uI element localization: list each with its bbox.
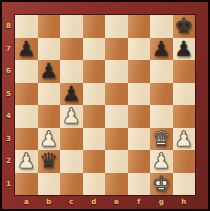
square-a6[interactable] — [15, 60, 38, 83]
square-g7[interactable]: ♟ — [150, 38, 173, 61]
square-e8[interactable] — [105, 15, 128, 38]
square-f4[interactable] — [128, 105, 151, 128]
square-c7[interactable] — [60, 38, 83, 61]
file-label-b: b — [38, 195, 61, 208]
square-a3[interactable] — [15, 128, 38, 151]
piece-white-queen-g3[interactable]: ♛ — [152, 128, 171, 151]
rank-label-6: 6 — [2, 60, 15, 83]
square-d5[interactable] — [83, 83, 106, 106]
piece-white-pawn-c4[interactable]: ♟ — [62, 105, 81, 128]
chess-board-window: 87654321 abcdefgh ♚♟♟♟♟♟♟♟♛♟♟♛♟♚ — [0, 0, 210, 211]
square-b3[interactable]: ♟ — [38, 128, 61, 151]
square-c2[interactable] — [60, 150, 83, 173]
piece-black-king-h8[interactable]: ♚ — [174, 15, 193, 38]
square-e5[interactable] — [105, 83, 128, 106]
piece-black-pawn-a7[interactable]: ♟ — [17, 38, 36, 61]
square-g3[interactable]: ♛ — [150, 128, 173, 151]
file-label-c: c — [60, 195, 83, 208]
piece-black-pawn-h7[interactable]: ♟ — [174, 38, 193, 61]
file-label-f: f — [128, 195, 151, 208]
square-e2[interactable] — [105, 150, 128, 173]
rank-label-2: 2 — [2, 150, 15, 173]
square-f3[interactable] — [128, 128, 151, 151]
file-label-d: d — [83, 195, 106, 208]
rank-label-4: 4 — [2, 105, 15, 128]
piece-white-pawn-g2[interactable]: ♟ — [152, 150, 171, 173]
file-label-a: a — [15, 195, 38, 208]
square-b8[interactable] — [38, 15, 61, 38]
square-c6[interactable] — [60, 60, 83, 83]
square-c4[interactable]: ♟ — [60, 105, 83, 128]
piece-black-pawn-g7[interactable]: ♟ — [152, 38, 171, 61]
square-c8[interactable] — [60, 15, 83, 38]
square-e1[interactable] — [105, 173, 128, 196]
file-label-e: e — [105, 195, 128, 208]
square-b2[interactable]: ♛ — [38, 150, 61, 173]
square-d8[interactable] — [83, 15, 106, 38]
square-f7[interactable] — [128, 38, 151, 61]
square-b1[interactable] — [38, 173, 61, 196]
piece-black-pawn-c5[interactable]: ♟ — [62, 83, 81, 106]
square-g4[interactable] — [150, 105, 173, 128]
square-a8[interactable] — [15, 15, 38, 38]
file-label-h: h — [173, 195, 196, 208]
square-c5[interactable]: ♟ — [60, 83, 83, 106]
square-h5[interactable] — [173, 83, 196, 106]
square-b7[interactable] — [38, 38, 61, 61]
square-g1[interactable]: ♚ — [150, 173, 173, 196]
rank-label-8: 8 — [2, 15, 15, 38]
square-f1[interactable] — [128, 173, 151, 196]
file-labels: abcdefgh — [15, 195, 195, 208]
square-d1[interactable] — [83, 173, 106, 196]
chess-board: ♚♟♟♟♟♟♟♟♛♟♟♛♟♚ — [15, 15, 195, 195]
square-e6[interactable] — [105, 60, 128, 83]
rank-label-1: 1 — [2, 173, 15, 196]
square-d3[interactable] — [83, 128, 106, 151]
square-h8[interactable]: ♚ — [173, 15, 196, 38]
square-e3[interactable] — [105, 128, 128, 151]
file-label-g: g — [150, 195, 173, 208]
square-c1[interactable] — [60, 173, 83, 196]
square-d4[interactable] — [83, 105, 106, 128]
square-h3[interactable]: ♟ — [173, 128, 196, 151]
square-h7[interactable]: ♟ — [173, 38, 196, 61]
square-b6[interactable]: ♟ — [38, 60, 61, 83]
square-b5[interactable] — [38, 83, 61, 106]
square-h6[interactable] — [173, 60, 196, 83]
square-b4[interactable] — [38, 105, 61, 128]
piece-white-pawn-a2[interactable]: ♟ — [17, 150, 36, 173]
piece-white-pawn-b3[interactable]: ♟ — [39, 128, 58, 151]
square-e4[interactable] — [105, 105, 128, 128]
square-a1[interactable] — [15, 173, 38, 196]
piece-black-queen-b2[interactable]: ♛ — [39, 150, 58, 173]
piece-white-pawn-h3[interactable]: ♟ — [174, 128, 193, 151]
square-d7[interactable] — [83, 38, 106, 61]
square-e7[interactable] — [105, 38, 128, 61]
square-f6[interactable] — [128, 60, 151, 83]
square-a4[interactable] — [15, 105, 38, 128]
rank-label-5: 5 — [2, 83, 15, 106]
square-f5[interactable] — [128, 83, 151, 106]
square-h4[interactable] — [173, 105, 196, 128]
square-g5[interactable] — [150, 83, 173, 106]
square-g6[interactable] — [150, 60, 173, 83]
square-f2[interactable] — [128, 150, 151, 173]
square-f8[interactable] — [128, 15, 151, 38]
rank-label-7: 7 — [2, 38, 15, 61]
square-a5[interactable] — [15, 83, 38, 106]
square-d2[interactable] — [83, 150, 106, 173]
square-a7[interactable]: ♟ — [15, 38, 38, 61]
square-h2[interactable] — [173, 150, 196, 173]
piece-black-pawn-b6[interactable]: ♟ — [39, 60, 58, 83]
rank-label-3: 3 — [2, 128, 15, 151]
piece-white-king-g1[interactable]: ♚ — [152, 173, 171, 196]
square-d6[interactable] — [83, 60, 106, 83]
square-a2[interactable]: ♟ — [15, 150, 38, 173]
square-g8[interactable] — [150, 15, 173, 38]
square-g2[interactable]: ♟ — [150, 150, 173, 173]
square-c3[interactable] — [60, 128, 83, 151]
rank-labels: 87654321 — [2, 15, 15, 195]
square-h1[interactable] — [173, 173, 196, 196]
